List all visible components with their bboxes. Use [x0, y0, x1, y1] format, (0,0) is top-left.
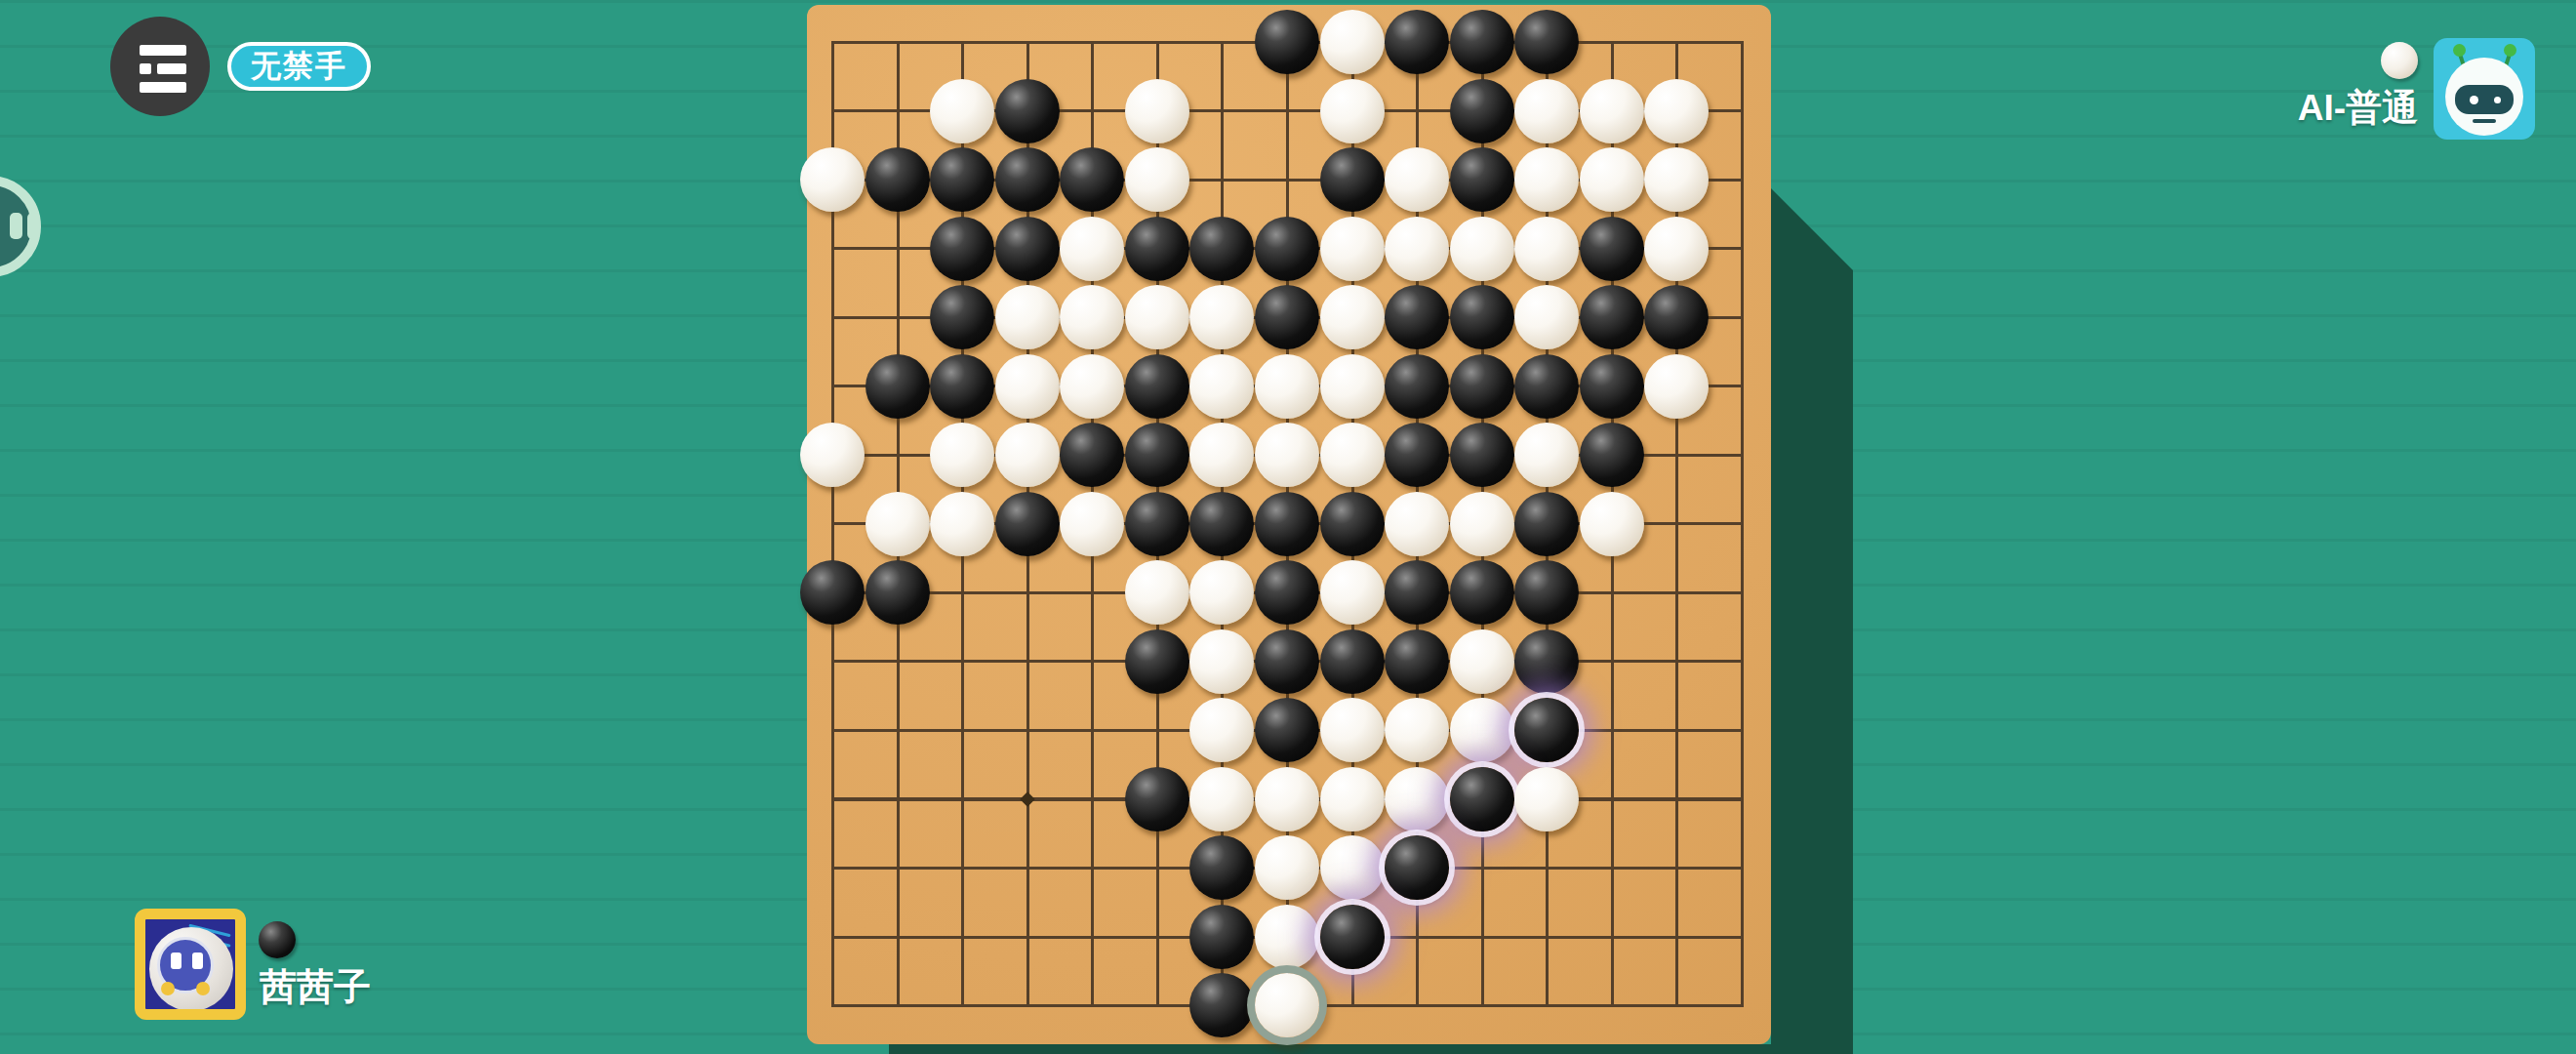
black-stone-2-3 [930, 217, 994, 281]
black-stone-4-6 [1060, 423, 1124, 487]
robot-icon [2470, 96, 2478, 104]
white-stone-6-6 [1189, 423, 1254, 487]
black-stone-5-9 [1125, 629, 1189, 694]
white-stone-11-1 [1514, 79, 1579, 143]
black-stone-0-8 [800, 560, 865, 625]
black-stone-9-6 [1385, 423, 1449, 487]
white-stone-11-4 [1514, 285, 1579, 349]
white-stone-13-2 [1644, 147, 1709, 212]
white-stone-4-7 [1060, 492, 1124, 556]
white-stone-2-7 [930, 492, 994, 556]
ai-avatar[interactable] [2434, 38, 2535, 140]
white-stone-3-5 [995, 354, 1060, 419]
black-stone-7-8 [1255, 560, 1319, 625]
black-stone-4-2 [1060, 147, 1124, 212]
black-stone-3-1 [995, 79, 1060, 143]
black-stone-5-3 [1125, 217, 1189, 281]
white-stone-1-7 [865, 492, 930, 556]
menu-button[interactable] [110, 17, 210, 116]
player-name: 茜茜子 [260, 962, 371, 1012]
white-stone-9-7 [1385, 492, 1449, 556]
white-stone-6-4 [1189, 285, 1254, 349]
player-stone-color-black [259, 921, 296, 958]
white-stone-10-10 [1450, 698, 1514, 762]
black-stone-6-7 [1189, 492, 1254, 556]
black-stone-8-9 [1320, 629, 1385, 694]
pause-icon [10, 213, 22, 239]
black-stone-12-4 [1580, 285, 1644, 349]
black-stone-9-5 [1385, 354, 1449, 419]
white-stone-8-3 [1320, 217, 1385, 281]
white-stone-7-6 [1255, 423, 1319, 487]
white-stone-2-6 [930, 423, 994, 487]
black-stone-9-12 [1385, 835, 1449, 900]
black-stone-1-8 [865, 560, 930, 625]
white-stone-8-12 [1320, 835, 1385, 900]
black-stone-6-3 [1189, 217, 1254, 281]
white-stone-2-1 [930, 79, 994, 143]
white-stone-10-7 [1450, 492, 1514, 556]
black-stone-5-11 [1125, 767, 1189, 831]
white-stone-10-9 [1450, 629, 1514, 694]
black-stone-1-2 [865, 147, 930, 212]
white-stone-8-1 [1320, 79, 1385, 143]
white-stone-10-3 [1450, 217, 1514, 281]
black-stone-6-14 [1189, 973, 1254, 1037]
black-stone-7-10 [1255, 698, 1319, 762]
white-stone-12-7 [1580, 492, 1644, 556]
ai-stone-color-white [2381, 42, 2418, 79]
black-stone-7-0 [1255, 10, 1319, 74]
white-stone-8-5 [1320, 354, 1385, 419]
black-stone-2-5 [930, 354, 994, 419]
white-stone-4-4 [1060, 285, 1124, 349]
white-stone-7-5 [1255, 354, 1319, 419]
black-stone-11-5 [1514, 354, 1579, 419]
white-stone-12-2 [1580, 147, 1644, 212]
white-stone-0-6 [800, 423, 865, 487]
white-stone-3-6 [995, 423, 1060, 487]
white-stone-6-9 [1189, 629, 1254, 694]
white-stone-9-3 [1385, 217, 1449, 281]
black-stone-9-0 [1385, 10, 1449, 74]
white-stone-8-6 [1320, 423, 1385, 487]
white-stone-6-5 [1189, 354, 1254, 419]
white-stone-11-11 [1514, 767, 1579, 831]
black-stone-8-13 [1320, 905, 1385, 969]
white-stone-13-1 [1644, 79, 1709, 143]
white-stone-11-2 [1514, 147, 1579, 212]
white-stone-5-2 [1125, 147, 1189, 212]
white-stone-0-2 [800, 147, 865, 212]
white-stone-6-10 [1189, 698, 1254, 762]
white-stone-5-4 [1125, 285, 1189, 349]
black-stone-7-3 [1255, 217, 1319, 281]
black-stone-11-9 [1514, 629, 1579, 694]
black-stone-10-11 [1450, 767, 1514, 831]
white-stone-13-3 [1644, 217, 1709, 281]
black-stone-7-4 [1255, 285, 1319, 349]
side-panel-handle[interactable] [0, 176, 41, 277]
robot-avatar-icon [171, 953, 181, 969]
black-stone-5-5 [1125, 354, 1189, 419]
black-stone-6-12 [1189, 835, 1254, 900]
black-stone-10-2 [1450, 147, 1514, 212]
white-stone-11-3 [1514, 217, 1579, 281]
black-stone-9-4 [1385, 285, 1449, 349]
robot-icon [2494, 97, 2501, 103]
white-stone-5-8 [1125, 560, 1189, 625]
black-stone-10-4 [1450, 285, 1514, 349]
black-stone-11-7 [1514, 492, 1579, 556]
white-stone-9-2 [1385, 147, 1449, 212]
black-stone-12-6 [1580, 423, 1644, 487]
menu-icon [157, 63, 186, 74]
menu-icon [140, 45, 186, 56]
black-stone-7-7 [1255, 492, 1319, 556]
white-stone-13-5 [1644, 354, 1709, 419]
white-stone-8-10 [1320, 698, 1385, 762]
game-screen: 无禁手 AI-普通 茜茜子 [0, 0, 2576, 1054]
white-stone-12-1 [1580, 79, 1644, 143]
black-stone-3-2 [995, 147, 1060, 212]
player-avatar[interactable] [135, 909, 246, 1020]
black-stone-10-8 [1450, 560, 1514, 625]
robot-avatar-icon [192, 953, 203, 969]
black-stone-2-4 [930, 285, 994, 349]
menu-icon [140, 63, 151, 74]
menu-icon [140, 82, 186, 93]
white-stone-9-10 [1385, 698, 1449, 762]
gomoku-board[interactable] [807, 5, 1771, 1044]
black-stone-5-7 [1125, 492, 1189, 556]
black-stone-10-0 [1450, 10, 1514, 74]
white-stone-8-11 [1320, 767, 1385, 831]
black-stone-12-5 [1580, 354, 1644, 419]
black-stone-8-7 [1320, 492, 1385, 556]
white-stone-5-1 [1125, 79, 1189, 143]
white-stone-8-4 [1320, 285, 1385, 349]
robot-avatar-icon [196, 982, 210, 995]
white-stone-9-11 [1385, 767, 1449, 831]
white-stone-4-5 [1060, 354, 1124, 419]
rule-badge: 无禁手 [227, 42, 371, 91]
black-stone-11-10 [1514, 698, 1579, 762]
robot-icon [2473, 119, 2496, 123]
robot-avatar-icon [161, 982, 175, 995]
black-stone-10-1 [1450, 79, 1514, 143]
black-stone-11-0 [1514, 10, 1579, 74]
robot-icon [2453, 44, 2466, 57]
white-stone-11-6 [1514, 423, 1579, 487]
black-stone-13-4 [1644, 285, 1709, 349]
black-stone-3-3 [995, 217, 1060, 281]
black-stone-2-2 [930, 147, 994, 212]
black-stone-7-9 [1255, 629, 1319, 694]
white-stone-7-14 [1255, 973, 1319, 1037]
black-stone-5-6 [1125, 423, 1189, 487]
black-stone-9-9 [1385, 629, 1449, 694]
robot-icon [2504, 44, 2516, 57]
black-stone-1-5 [865, 354, 930, 419]
black-stone-10-5 [1450, 354, 1514, 419]
black-stone-3-7 [995, 492, 1060, 556]
white-stone-7-12 [1255, 835, 1319, 900]
robot-icon [2455, 85, 2514, 114]
black-stone-10-6 [1450, 423, 1514, 487]
black-stone-12-3 [1580, 217, 1644, 281]
black-stone-6-13 [1189, 905, 1254, 969]
white-stone-8-0 [1320, 10, 1385, 74]
white-stone-6-8 [1189, 560, 1254, 625]
white-stone-4-3 [1060, 217, 1124, 281]
white-stone-7-11 [1255, 767, 1319, 831]
white-stone-6-11 [1189, 767, 1254, 831]
black-stone-8-2 [1320, 147, 1385, 212]
white-stone-8-8 [1320, 560, 1385, 625]
white-stone-7-13 [1255, 905, 1319, 969]
white-stone-3-4 [995, 285, 1060, 349]
rule-badge-label: 无禁手 [251, 46, 347, 87]
ai-name: AI-普通 [2298, 84, 2418, 133]
black-stone-11-8 [1514, 560, 1579, 625]
pause-icon [27, 213, 40, 239]
black-stone-9-8 [1385, 560, 1449, 625]
